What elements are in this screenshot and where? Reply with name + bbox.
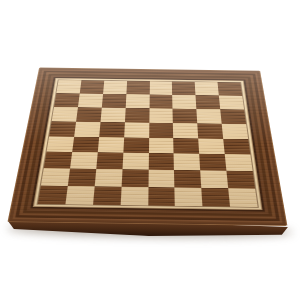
square-a2: [41, 168, 70, 186]
square-h1: [228, 188, 257, 207]
square-g3: [199, 154, 226, 171]
square-b5: [74, 121, 100, 136]
square-h6: [220, 109, 246, 124]
square-g8: [195, 82, 219, 95]
square-c5: [99, 122, 125, 137]
square-e3: [148, 153, 174, 170]
board-squares: [38, 80, 258, 207]
board-perspective-wrapper: [0, 0, 300, 300]
square-h5: [222, 123, 248, 138]
square-g7: [196, 95, 221, 109]
square-f7: [172, 95, 196, 109]
square-f4: [174, 138, 200, 154]
square-c4: [98, 137, 124, 153]
square-e6: [149, 108, 173, 123]
square-h3: [225, 154, 253, 171]
square-a6: [52, 107, 78, 122]
chess-board: [7, 68, 287, 226]
square-c7: [102, 94, 126, 108]
square-b3: [70, 152, 98, 169]
square-c2: [94, 169, 122, 187]
square-e4: [148, 137, 173, 153]
square-f8: [172, 82, 196, 95]
square-a3: [44, 152, 72, 169]
square-c8: [103, 81, 127, 94]
square-g4: [198, 138, 224, 154]
square-e8: [149, 81, 172, 94]
square-f1: [175, 188, 203, 207]
square-d3: [122, 153, 148, 170]
square-e7: [149, 94, 173, 108]
square-a7: [54, 93, 80, 107]
square-d2: [121, 169, 148, 187]
square-e5: [149, 122, 174, 137]
product-photo: [0, 0, 300, 300]
square-c1: [93, 186, 121, 205]
square-d7: [125, 94, 149, 108]
square-c3: [96, 153, 123, 170]
square-a4: [47, 136, 75, 152]
square-g2: [200, 171, 228, 189]
square-e1: [148, 187, 175, 206]
square-b4: [72, 136, 99, 152]
square-f3: [174, 154, 201, 171]
square-d4: [123, 137, 149, 153]
square-e2: [148, 170, 175, 188]
square-d5: [124, 122, 149, 137]
square-h4: [223, 139, 250, 155]
square-a8: [56, 80, 81, 93]
square-b8: [80, 80, 104, 93]
square-a1: [38, 186, 68, 205]
square-h2: [227, 171, 256, 189]
square-g6: [197, 109, 222, 124]
square-g5: [197, 123, 223, 138]
square-b7: [78, 93, 103, 107]
square-b6: [76, 107, 102, 122]
square-b1: [65, 186, 94, 205]
square-b2: [68, 169, 96, 187]
square-a5: [49, 121, 76, 136]
square-h8: [218, 82, 243, 95]
square-f5: [173, 123, 198, 138]
square-d8: [126, 81, 149, 94]
square-h7: [219, 95, 244, 109]
square-f2: [174, 170, 201, 188]
square-g1: [202, 188, 231, 207]
square-f6: [173, 108, 198, 123]
square-d6: [125, 108, 149, 123]
square-d1: [120, 187, 148, 206]
square-c6: [100, 107, 125, 122]
